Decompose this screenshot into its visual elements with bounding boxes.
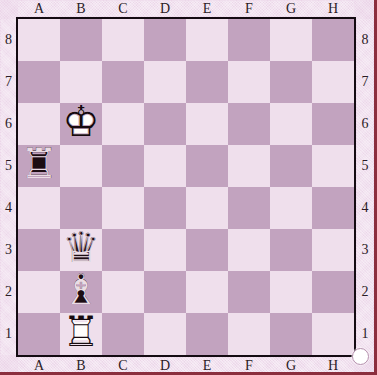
square-d1[interactable] bbox=[144, 313, 186, 355]
square-a2[interactable] bbox=[18, 271, 60, 313]
rank-label-6: 6 bbox=[357, 103, 373, 145]
square-d6[interactable] bbox=[144, 103, 186, 145]
square-e2[interactable] bbox=[186, 271, 228, 313]
rank-label-3: 3 bbox=[1, 229, 16, 271]
file-label-c: C bbox=[102, 358, 144, 373]
square-f5[interactable] bbox=[228, 145, 270, 187]
file-label-b: B bbox=[60, 358, 102, 373]
square-b6[interactable]: ♚♔ bbox=[60, 103, 102, 145]
square-d4[interactable] bbox=[144, 187, 186, 229]
piece-glyph-outline: ♕ bbox=[62, 227, 100, 269]
square-c4[interactable] bbox=[102, 187, 144, 229]
square-c6[interactable] bbox=[102, 103, 144, 145]
piece-glyph-outline: ♖ bbox=[62, 311, 100, 353]
square-f7[interactable] bbox=[228, 61, 270, 103]
square-f8[interactable] bbox=[228, 19, 270, 61]
piece-glyph-outline: ♔ bbox=[62, 101, 100, 143]
square-d3[interactable] bbox=[144, 229, 186, 271]
square-e1[interactable] bbox=[186, 313, 228, 355]
square-f4[interactable] bbox=[228, 187, 270, 229]
rank-label-2: 2 bbox=[357, 271, 373, 313]
square-c7[interactable] bbox=[102, 61, 144, 103]
square-h6[interactable] bbox=[312, 103, 354, 145]
rank-label-5: 5 bbox=[357, 145, 373, 187]
square-f3[interactable] bbox=[228, 229, 270, 271]
rank-label-7: 7 bbox=[357, 61, 373, 103]
file-label-h: H bbox=[312, 358, 354, 373]
rank-label-2: 2 bbox=[1, 271, 16, 313]
square-h8[interactable] bbox=[312, 19, 354, 61]
square-c1[interactable] bbox=[102, 313, 144, 355]
square-h5[interactable] bbox=[312, 145, 354, 187]
square-d5[interactable] bbox=[144, 145, 186, 187]
square-d2[interactable] bbox=[144, 271, 186, 313]
square-g5[interactable] bbox=[270, 145, 312, 187]
rank-label-5: 5 bbox=[1, 145, 16, 187]
file-label-g: G bbox=[270, 358, 312, 373]
rank-label-7: 7 bbox=[1, 61, 16, 103]
chess-app-window: ABCDEFGH 87654321 ♚♔♜♖♛♕♝♗♜♖ 87654321 AB… bbox=[0, 0, 377, 375]
square-a8[interactable] bbox=[18, 19, 60, 61]
file-label-e: E bbox=[186, 1, 228, 16]
square-c5[interactable] bbox=[102, 145, 144, 187]
file-labels-top: ABCDEFGH bbox=[18, 1, 354, 16]
file-label-a: A bbox=[18, 358, 60, 373]
square-e4[interactable] bbox=[186, 187, 228, 229]
square-g2[interactable] bbox=[270, 271, 312, 313]
piece-glyph-outline: ♗ bbox=[62, 269, 100, 311]
square-a3[interactable] bbox=[18, 229, 60, 271]
square-c2[interactable] bbox=[102, 271, 144, 313]
board[interactable]: ♚♔♜♖♛♕♝♗♜♖ bbox=[16, 17, 356, 357]
file-label-c: C bbox=[102, 1, 144, 16]
square-e3[interactable] bbox=[186, 229, 228, 271]
square-e7[interactable] bbox=[186, 61, 228, 103]
file-label-f: F bbox=[228, 358, 270, 373]
rank-labels-right: 87654321 bbox=[357, 19, 373, 355]
file-label-h: H bbox=[312, 1, 354, 16]
square-a1[interactable] bbox=[18, 313, 60, 355]
square-a7[interactable] bbox=[18, 61, 60, 103]
rank-label-4: 4 bbox=[357, 187, 373, 229]
rank-label-6: 6 bbox=[1, 103, 16, 145]
rank-labels-left: 87654321 bbox=[1, 19, 16, 355]
square-f2[interactable] bbox=[228, 271, 270, 313]
square-h2[interactable] bbox=[312, 271, 354, 313]
white-king[interactable]: ♚♔ bbox=[60, 103, 102, 145]
rank-label-4: 4 bbox=[1, 187, 16, 229]
black-rook[interactable]: ♜♖ bbox=[18, 145, 60, 187]
rank-label-8: 8 bbox=[1, 19, 16, 61]
square-b1[interactable]: ♜♖ bbox=[60, 313, 102, 355]
file-label-d: D bbox=[144, 1, 186, 16]
square-c8[interactable] bbox=[102, 19, 144, 61]
file-label-e: E bbox=[186, 358, 228, 373]
file-label-g: G bbox=[270, 1, 312, 16]
square-g8[interactable] bbox=[270, 19, 312, 61]
square-g7[interactable] bbox=[270, 61, 312, 103]
square-f6[interactable] bbox=[228, 103, 270, 145]
square-b5[interactable] bbox=[60, 145, 102, 187]
square-d8[interactable] bbox=[144, 19, 186, 61]
square-e5[interactable] bbox=[186, 145, 228, 187]
file-label-a: A bbox=[18, 1, 60, 16]
file-labels-bottom: ABCDEFGH bbox=[18, 358, 354, 373]
file-label-f: F bbox=[228, 1, 270, 16]
square-d7[interactable] bbox=[144, 61, 186, 103]
square-h3[interactable] bbox=[312, 229, 354, 271]
square-h7[interactable] bbox=[312, 61, 354, 103]
rank-label-3: 3 bbox=[357, 229, 373, 271]
square-g3[interactable] bbox=[270, 229, 312, 271]
rank-label-1: 1 bbox=[1, 313, 16, 355]
rank-label-8: 8 bbox=[357, 19, 373, 61]
square-a5[interactable]: ♜♖ bbox=[18, 145, 60, 187]
square-e8[interactable] bbox=[186, 19, 228, 61]
square-g6[interactable] bbox=[270, 103, 312, 145]
square-h1[interactable] bbox=[312, 313, 354, 355]
piece-glyph-outline: ♖ bbox=[20, 143, 58, 185]
file-label-d: D bbox=[144, 358, 186, 373]
square-h4[interactable] bbox=[312, 187, 354, 229]
square-g4[interactable] bbox=[270, 187, 312, 229]
square-a4[interactable] bbox=[18, 187, 60, 229]
square-b8[interactable] bbox=[60, 19, 102, 61]
square-c3[interactable] bbox=[102, 229, 144, 271]
square-f1[interactable] bbox=[228, 313, 270, 355]
square-e6[interactable] bbox=[186, 103, 228, 145]
square-g1[interactable] bbox=[270, 313, 312, 355]
white-to-move-indicator bbox=[352, 348, 369, 365]
white-rook[interactable]: ♜♖ bbox=[60, 313, 102, 355]
file-label-b: B bbox=[60, 1, 102, 16]
